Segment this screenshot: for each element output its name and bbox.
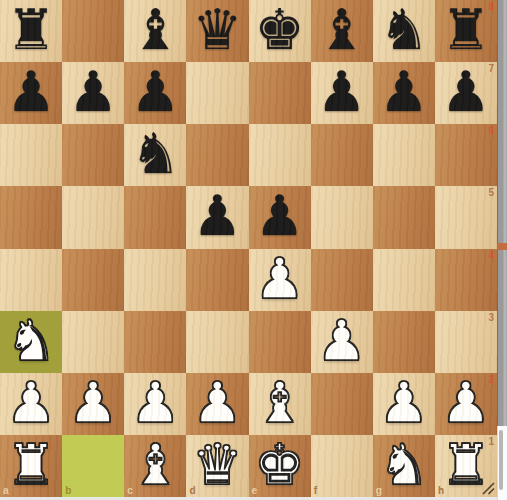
square-c7[interactable]: ♟ <box>124 62 186 124</box>
square-f8[interactable]: ♝ <box>311 0 373 62</box>
white-knight-g1[interactable]: ♞ <box>373 435 435 496</box>
square-b8[interactable] <box>62 0 124 62</box>
square-f5[interactable] <box>311 186 373 248</box>
white-pawn-f3[interactable]: ♟ <box>311 311 373 372</box>
black-pawn-f7[interactable]: ♟ <box>311 62 373 123</box>
white-bishop-c1[interactable]: ♝ <box>124 435 186 496</box>
square-f3[interactable]: ♟ <box>311 311 373 373</box>
square-c3[interactable] <box>124 311 186 373</box>
square-b5[interactable] <box>62 186 124 248</box>
square-d1[interactable]: d♛ <box>186 435 248 497</box>
square-h8[interactable]: 8♜ <box>435 0 497 62</box>
scrollbar-track-upper[interactable] <box>497 0 507 426</box>
white-knight-a3[interactable]: ♞ <box>0 311 62 372</box>
chess-board: ♜♝♛♚♝♞8♜♟♟♟♟♟7♟♞6♟♟5♟4♞♟3♟♟♟♟♝♟2♟a♜bc♝d♛… <box>0 0 497 497</box>
black-pawn-g7[interactable]: ♟ <box>373 62 435 123</box>
black-pawn-a7[interactable]: ♟ <box>0 62 62 123</box>
square-d3[interactable] <box>186 311 248 373</box>
white-pawn-d2[interactable]: ♟ <box>186 373 248 434</box>
square-g4[interactable] <box>373 249 435 311</box>
square-d5[interactable]: ♟ <box>186 186 248 248</box>
square-h3[interactable]: 3 <box>435 311 497 373</box>
square-g5[interactable] <box>373 186 435 248</box>
black-pawn-e5[interactable]: ♟ <box>249 186 311 247</box>
file-label-b: b <box>65 485 71 496</box>
black-knight-g8[interactable]: ♞ <box>373 0 435 61</box>
white-pawn-c2[interactable]: ♟ <box>124 373 186 434</box>
black-bishop-f8[interactable]: ♝ <box>311 0 373 61</box>
rank-label-4: 4 <box>488 250 494 261</box>
square-b7[interactable]: ♟ <box>62 62 124 124</box>
square-g2[interactable]: ♟ <box>373 373 435 435</box>
white-bishop-e2[interactable]: ♝ <box>249 373 311 434</box>
square-b1[interactable]: b <box>62 435 124 497</box>
square-g7[interactable]: ♟ <box>373 62 435 124</box>
rank-label-5: 5 <box>488 187 494 198</box>
square-b4[interactable] <box>62 249 124 311</box>
square-d7[interactable] <box>186 62 248 124</box>
white-queen-d1[interactable]: ♛ <box>186 435 248 496</box>
square-d6[interactable] <box>186 124 248 186</box>
square-h6[interactable]: 6 <box>435 124 497 186</box>
square-g1[interactable]: g♞ <box>373 435 435 497</box>
square-c5[interactable] <box>124 186 186 248</box>
square-c1[interactable]: c♝ <box>124 435 186 497</box>
square-a4[interactable] <box>0 249 62 311</box>
square-d2[interactable]: ♟ <box>186 373 248 435</box>
square-e7[interactable] <box>249 62 311 124</box>
square-e4[interactable]: ♟ <box>249 249 311 311</box>
black-pawn-c7[interactable]: ♟ <box>124 62 186 123</box>
square-c2[interactable]: ♟ <box>124 373 186 435</box>
file-label-f: f <box>314 485 317 496</box>
square-e3[interactable] <box>249 311 311 373</box>
square-e1[interactable]: e♚ <box>249 435 311 497</box>
white-pawn-e4[interactable]: ♟ <box>249 249 311 310</box>
square-g6[interactable] <box>373 124 435 186</box>
black-rook-h8[interactable]: ♜ <box>435 0 497 61</box>
white-pawn-g2[interactable]: ♟ <box>373 373 435 434</box>
square-h5[interactable]: 5 <box>435 186 497 248</box>
white-rook-a1[interactable]: ♜ <box>0 435 62 496</box>
square-a1[interactable]: a♜ <box>0 435 62 497</box>
white-pawn-h2[interactable]: ♟ <box>435 373 497 434</box>
square-c6[interactable]: ♞ <box>124 124 186 186</box>
white-pawn-a2[interactable]: ♟ <box>0 373 62 434</box>
scroll-position-marker <box>497 243 507 250</box>
scrollbar-thumb[interactable] <box>499 430 503 490</box>
square-f7[interactable]: ♟ <box>311 62 373 124</box>
page: ♜♝♛♚♝♞8♜♟♟♟♟♟7♟♞6♟♟5♟4♞♟3♟♟♟♟♝♟2♟a♜bc♝d♛… <box>0 0 507 500</box>
square-c8[interactable]: ♝ <box>124 0 186 62</box>
black-knight-c6[interactable]: ♞ <box>124 124 186 185</box>
square-g3[interactable] <box>373 311 435 373</box>
square-e6[interactable] <box>249 124 311 186</box>
square-e5[interactable]: ♟ <box>249 186 311 248</box>
rank-label-6: 6 <box>488 125 494 136</box>
square-h7[interactable]: 7♟ <box>435 62 497 124</box>
square-b2[interactable]: ♟ <box>62 373 124 435</box>
square-d4[interactable] <box>186 249 248 311</box>
square-f1[interactable]: f <box>311 435 373 497</box>
black-pawn-b7[interactable]: ♟ <box>62 62 124 123</box>
square-g8[interactable]: ♞ <box>373 0 435 62</box>
square-b6[interactable] <box>62 124 124 186</box>
black-pawn-d5[interactable]: ♟ <box>186 186 248 247</box>
board-resize-handle-icon[interactable] <box>480 480 495 495</box>
square-d8[interactable]: ♛ <box>186 0 248 62</box>
white-king-e1[interactable]: ♚ <box>249 435 311 496</box>
black-queen-d8[interactable]: ♛ <box>186 0 248 61</box>
square-f4[interactable] <box>311 249 373 311</box>
square-b3[interactable] <box>62 311 124 373</box>
square-h4[interactable]: 4 <box>435 249 497 311</box>
black-bishop-c8[interactable]: ♝ <box>124 0 186 61</box>
square-a8[interactable]: ♜ <box>0 0 62 62</box>
square-a5[interactable] <box>0 186 62 248</box>
black-pawn-h7[interactable]: ♟ <box>435 62 497 123</box>
square-a6[interactable] <box>0 124 62 186</box>
black-king-e8[interactable]: ♚ <box>249 0 311 61</box>
black-rook-a8[interactable]: ♜ <box>0 0 62 61</box>
panel-divider <box>497 426 498 500</box>
rank-label-3: 3 <box>488 312 494 323</box>
square-a3[interactable]: ♞ <box>0 311 62 373</box>
scrollbar[interactable] <box>497 0 507 500</box>
white-pawn-b2[interactable]: ♟ <box>62 373 124 434</box>
square-c4[interactable] <box>124 249 186 311</box>
square-a2[interactable]: ♟ <box>0 373 62 435</box>
square-f2[interactable] <box>311 373 373 435</box>
square-a7[interactable]: ♟ <box>0 62 62 124</box>
square-f6[interactable] <box>311 124 373 186</box>
square-e2[interactable]: ♝ <box>249 373 311 435</box>
square-h1[interactable]: h1♜ <box>435 435 497 497</box>
square-h2[interactable]: 2♟ <box>435 373 497 435</box>
square-e8[interactable]: ♚ <box>249 0 311 62</box>
